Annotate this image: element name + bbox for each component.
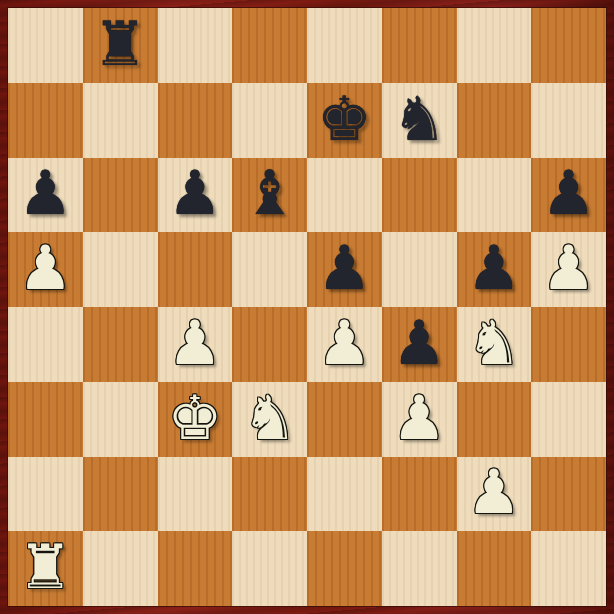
- square-g7[interactable]: [457, 83, 532, 158]
- square-h8[interactable]: [531, 8, 606, 83]
- square-e3[interactable]: [307, 382, 382, 457]
- white-pawn-piece: ♟: [18, 237, 73, 298]
- square-b3[interactable]: [83, 382, 158, 457]
- square-f5[interactable]: [382, 232, 457, 307]
- chess-board: ♜♚♞♟♟♝♟♟♟♟♟♟♟♟♞♚♞♟♟♜: [8, 8, 606, 606]
- square-f8[interactable]: [382, 8, 457, 83]
- square-b7[interactable]: [83, 83, 158, 158]
- square-d6[interactable]: ♝: [232, 158, 307, 233]
- square-f6[interactable]: [382, 158, 457, 233]
- white-pawn-piece: ♟: [168, 312, 223, 373]
- square-d4[interactable]: [232, 307, 307, 382]
- square-h7[interactable]: [531, 83, 606, 158]
- square-b8[interactable]: ♜: [83, 8, 158, 83]
- square-a7[interactable]: [8, 83, 83, 158]
- square-h3[interactable]: [531, 382, 606, 457]
- board-frame: ♜♚♞♟♟♝♟♟♟♟♟♟♟♟♞♚♞♟♟♜: [0, 0, 614, 614]
- square-e5[interactable]: ♟: [307, 232, 382, 307]
- square-f4[interactable]: ♟: [382, 307, 457, 382]
- white-pawn-piece: ♟: [467, 461, 522, 522]
- square-c5[interactable]: [158, 232, 233, 307]
- square-a4[interactable]: [8, 307, 83, 382]
- square-d1[interactable]: [232, 531, 307, 606]
- square-b4[interactable]: [83, 307, 158, 382]
- square-h5[interactable]: ♟: [531, 232, 606, 307]
- square-d7[interactable]: [232, 83, 307, 158]
- square-c6[interactable]: ♟: [158, 158, 233, 233]
- square-f3[interactable]: ♟: [382, 382, 457, 457]
- black-knight-piece: ♞: [392, 88, 447, 149]
- square-h2[interactable]: [531, 457, 606, 532]
- black-pawn-piece: ♟: [467, 237, 522, 298]
- white-king-piece: ♚: [168, 387, 223, 448]
- square-d3[interactable]: ♞: [232, 382, 307, 457]
- square-g5[interactable]: ♟: [457, 232, 532, 307]
- white-pawn-piece: ♟: [392, 387, 447, 448]
- square-d8[interactable]: [232, 8, 307, 83]
- white-knight-piece: ♞: [467, 312, 522, 373]
- square-e7[interactable]: ♚: [307, 83, 382, 158]
- square-e6[interactable]: [307, 158, 382, 233]
- square-a1[interactable]: ♜: [8, 531, 83, 606]
- square-d5[interactable]: [232, 232, 307, 307]
- square-c7[interactable]: [158, 83, 233, 158]
- square-c2[interactable]: [158, 457, 233, 532]
- white-pawn-piece: ♟: [317, 312, 372, 373]
- square-e2[interactable]: [307, 457, 382, 532]
- square-e8[interactable]: [307, 8, 382, 83]
- square-f1[interactable]: [382, 531, 457, 606]
- square-h1[interactable]: [531, 531, 606, 606]
- black-king-piece: ♚: [317, 88, 372, 149]
- square-a2[interactable]: [8, 457, 83, 532]
- black-pawn-piece: ♟: [541, 162, 596, 223]
- square-b2[interactable]: [83, 457, 158, 532]
- square-h4[interactable]: [531, 307, 606, 382]
- square-b6[interactable]: [83, 158, 158, 233]
- square-a5[interactable]: ♟: [8, 232, 83, 307]
- white-pawn-piece: ♟: [541, 237, 596, 298]
- white-rook-piece: ♜: [18, 536, 73, 597]
- square-h6[interactable]: ♟: [531, 158, 606, 233]
- square-c8[interactable]: [158, 8, 233, 83]
- square-f2[interactable]: [382, 457, 457, 532]
- square-g3[interactable]: [457, 382, 532, 457]
- square-c3[interactable]: ♚: [158, 382, 233, 457]
- square-d2[interactable]: [232, 457, 307, 532]
- black-pawn-piece: ♟: [18, 162, 73, 223]
- square-a8[interactable]: [8, 8, 83, 83]
- square-g4[interactable]: ♞: [457, 307, 532, 382]
- square-g1[interactable]: [457, 531, 532, 606]
- square-c4[interactable]: ♟: [158, 307, 233, 382]
- square-b5[interactable]: [83, 232, 158, 307]
- square-b1[interactable]: [83, 531, 158, 606]
- black-pawn-piece: ♟: [168, 162, 223, 223]
- square-g2[interactable]: ♟: [457, 457, 532, 532]
- white-knight-piece: ♞: [242, 387, 297, 448]
- black-rook-piece: ♜: [93, 13, 148, 74]
- black-pawn-piece: ♟: [317, 237, 372, 298]
- square-e4[interactable]: ♟: [307, 307, 382, 382]
- square-g8[interactable]: [457, 8, 532, 83]
- square-e1[interactable]: [307, 531, 382, 606]
- square-a3[interactable]: [8, 382, 83, 457]
- square-c1[interactable]: [158, 531, 233, 606]
- square-f7[interactable]: ♞: [382, 83, 457, 158]
- square-a6[interactable]: ♟: [8, 158, 83, 233]
- square-g6[interactable]: [457, 158, 532, 233]
- black-bishop-piece: ♝: [242, 162, 297, 223]
- black-pawn-piece: ♟: [392, 312, 447, 373]
